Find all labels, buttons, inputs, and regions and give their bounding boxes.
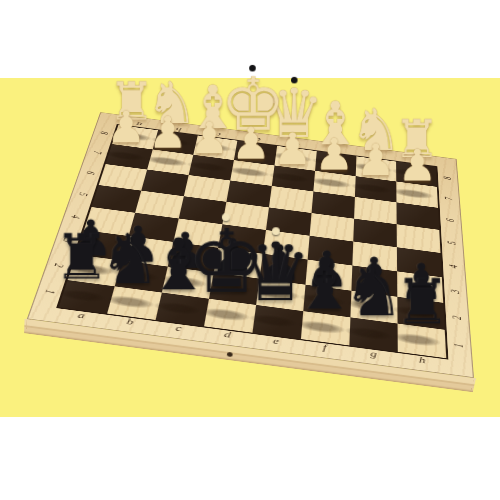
pawn-glyph: ♟ bbox=[273, 127, 312, 171]
hinge-screw-dot bbox=[227, 352, 233, 357]
pawn-glyph: ♟ bbox=[148, 110, 187, 154]
pawn-glyph: ♟ bbox=[106, 105, 145, 149]
pawn-glyph: ♟ bbox=[190, 116, 229, 160]
king-glyph: ♚ bbox=[187, 218, 266, 306]
chess-board: aabbccddeeffgghh1122334455667788♜♞♝♚♛♝♞♜… bbox=[27, 112, 474, 378]
pawn-glyph: ♟ bbox=[356, 138, 395, 182]
pawn-glyph: ♟ bbox=[231, 121, 270, 165]
pawn-glyph: ♟ bbox=[398, 143, 437, 187]
pawn-glyph: ♟ bbox=[315, 132, 354, 176]
photo-stage: aabbccddeeffgghh1122334455667788♜♞♝♚♛♝♞♜… bbox=[0, 0, 500, 500]
